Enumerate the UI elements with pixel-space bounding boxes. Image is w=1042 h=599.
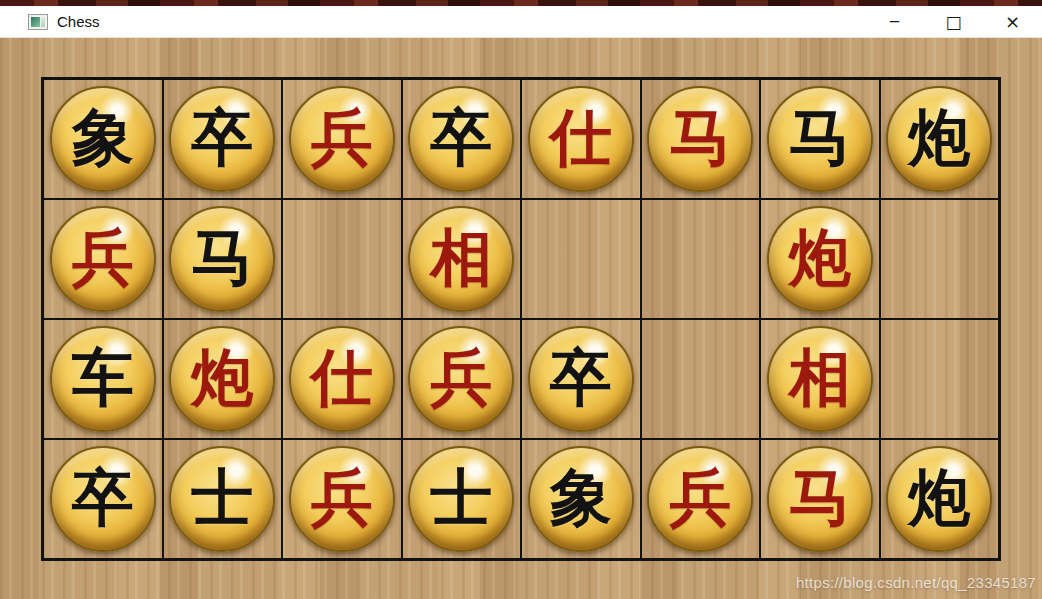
piece-black[interactable]: 象: [528, 446, 634, 552]
board-cell[interactable]: [880, 199, 1000, 319]
piece-black[interactable]: 炮: [886, 86, 992, 192]
piece-glyph: 仕: [311, 347, 373, 409]
minimize-button[interactable]: ─: [865, 6, 924, 37]
board-cell[interactable]: 卒: [521, 319, 641, 439]
piece-red[interactable]: 仕: [289, 326, 395, 432]
game-area: 象卒兵卒仕马马炮兵马相炮车炮仕兵卒相卒士兵士象兵马炮 https://blog.…: [0, 38, 1042, 599]
piece-red[interactable]: 仕: [528, 86, 634, 192]
piece-red[interactable]: 炮: [169, 326, 275, 432]
piece-glyph: 象: [550, 467, 612, 529]
board-cell[interactable]: 兵: [641, 439, 761, 559]
piece-glyph: 兵: [311, 467, 373, 529]
piece-red[interactable]: 马: [647, 86, 753, 192]
board: 象卒兵卒仕马马炮兵马相炮车炮仕兵卒相卒士兵士象兵马炮: [41, 77, 1001, 561]
piece-red[interactable]: 相: [408, 206, 514, 312]
piece-red[interactable]: 兵: [408, 326, 514, 432]
piece-glyph: 象: [72, 107, 134, 169]
piece-black[interactable]: 卒: [50, 446, 156, 552]
board-cell[interactable]: 炮: [880, 79, 1000, 199]
piece-glyph: 兵: [430, 347, 492, 409]
board-cell[interactable]: [521, 199, 641, 319]
piece-red[interactable]: 炮: [767, 206, 873, 312]
piece-black[interactable]: 士: [169, 446, 275, 552]
board-cell[interactable]: 炮: [163, 319, 283, 439]
piece-glyph: 卒: [430, 107, 492, 169]
piece-glyph: 士: [430, 467, 492, 529]
piece-black[interactable]: 炮: [886, 446, 992, 552]
piece-black[interactable]: 士: [408, 446, 514, 552]
piece-glyph: 士: [191, 467, 253, 529]
piece-glyph: 兵: [669, 467, 731, 529]
piece-glyph: 马: [789, 107, 851, 169]
piece-glyph: 相: [789, 347, 851, 409]
piece-red[interactable]: 马: [767, 446, 873, 552]
board-cell[interactable]: 炮: [760, 199, 880, 319]
piece-glyph: 炮: [191, 347, 253, 409]
board-cell[interactable]: 象: [43, 79, 163, 199]
board-cell[interactable]: 象: [521, 439, 641, 559]
board-cell[interactable]: 仕: [521, 79, 641, 199]
piece-glyph: 马: [789, 467, 851, 529]
board-cell[interactable]: 卒: [402, 79, 522, 199]
window-icon-pane: [31, 17, 40, 27]
board-cell[interactable]: [282, 199, 402, 319]
piece-glyph: 马: [191, 227, 253, 289]
window-title: Chess: [57, 13, 100, 30]
board-cell[interactable]: 仕: [282, 319, 402, 439]
board-cell[interactable]: 兵: [282, 439, 402, 559]
piece-glyph: 兵: [311, 107, 373, 169]
window-icon: [28, 14, 48, 30]
board-cell[interactable]: 兵: [43, 199, 163, 319]
piece-red[interactable]: 兵: [289, 446, 395, 552]
piece-red[interactable]: 相: [767, 326, 873, 432]
piece-glyph: 炮: [908, 467, 970, 529]
piece-glyph: 卒: [72, 467, 134, 529]
watermark-text: https://blog.csdn.net/qq_23345187: [796, 574, 1036, 591]
board-cell[interactable]: [641, 319, 761, 439]
piece-red[interactable]: 兵: [50, 206, 156, 312]
board-cell[interactable]: 相: [402, 199, 522, 319]
board-cell[interactable]: 兵: [282, 79, 402, 199]
board-cell[interactable]: 卒: [43, 439, 163, 559]
board-cell[interactable]: 卒: [163, 79, 283, 199]
piece-red[interactable]: 兵: [647, 446, 753, 552]
piece-black[interactable]: 卒: [408, 86, 514, 192]
piece-black[interactable]: 马: [169, 206, 275, 312]
piece-glyph: 卒: [191, 107, 253, 169]
piece-glyph: 车: [72, 347, 134, 409]
piece-glyph: 相: [430, 227, 492, 289]
piece-glyph: 兵: [72, 227, 134, 289]
window-controls: ─ □ ×: [865, 6, 1042, 37]
board-cell[interactable]: [880, 319, 1000, 439]
board-cell[interactable]: 士: [163, 439, 283, 559]
titlebar: Chess ─ □ ×: [0, 6, 1042, 38]
board-cell[interactable]: 炮: [880, 439, 1000, 559]
board-cell[interactable]: 马: [760, 79, 880, 199]
board-cell[interactable]: 相: [760, 319, 880, 439]
piece-glyph: 卒: [550, 347, 612, 409]
piece-black[interactable]: 卒: [528, 326, 634, 432]
board-cell[interactable]: [641, 199, 761, 319]
board-cell[interactable]: 士: [402, 439, 522, 559]
piece-glyph: 炮: [789, 227, 851, 289]
piece-red[interactable]: 兵: [289, 86, 395, 192]
piece-glyph: 马: [669, 107, 731, 169]
piece-black[interactable]: 象: [50, 86, 156, 192]
window-icon-pane: [41, 17, 45, 27]
maximize-button[interactable]: □: [924, 6, 983, 37]
board-cell[interactable]: 马: [641, 79, 761, 199]
board-cell[interactable]: 马: [163, 199, 283, 319]
piece-glyph: 炮: [908, 107, 970, 169]
close-button[interactable]: ×: [983, 6, 1042, 37]
piece-black[interactable]: 车: [50, 326, 156, 432]
piece-black[interactable]: 马: [767, 86, 873, 192]
piece-glyph: 仕: [550, 107, 612, 169]
piece-black[interactable]: 卒: [169, 86, 275, 192]
board-cell[interactable]: 兵: [402, 319, 522, 439]
board-cell[interactable]: 车: [43, 319, 163, 439]
board-cell[interactable]: 马: [760, 439, 880, 559]
